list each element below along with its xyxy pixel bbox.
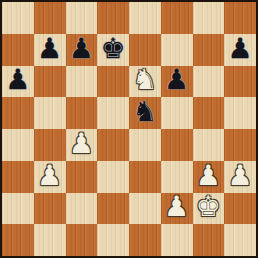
- square-c5[interactable]: [66, 97, 98, 129]
- square-a5[interactable]: [2, 97, 34, 129]
- square-a2[interactable]: [2, 193, 34, 225]
- piece-black-pawn-c7[interactable]: ♟: [69, 35, 94, 63]
- square-c8[interactable]: [66, 2, 98, 34]
- square-e3[interactable]: [129, 161, 161, 193]
- square-c6[interactable]: [66, 66, 98, 98]
- square-f5[interactable]: [161, 97, 193, 129]
- square-a8[interactable]: [2, 2, 34, 34]
- square-f1[interactable]: [161, 224, 193, 256]
- square-a3[interactable]: [2, 161, 34, 193]
- piece-white-king-g2[interactable]: ♚: [196, 193, 221, 221]
- square-d8[interactable]: [97, 2, 129, 34]
- piece-black-pawn-b7[interactable]: ♟: [37, 35, 62, 63]
- square-a7[interactable]: [2, 34, 34, 66]
- square-b6[interactable]: [34, 66, 66, 98]
- square-h5[interactable]: [224, 97, 256, 129]
- square-f7[interactable]: [161, 34, 193, 66]
- piece-white-pawn-g3[interactable]: ♟: [196, 162, 221, 190]
- square-b3[interactable]: ♟: [34, 161, 66, 193]
- piece-white-pawn-h3[interactable]: ♟: [228, 162, 253, 190]
- square-a1[interactable]: [2, 224, 34, 256]
- square-c4[interactable]: ♟: [66, 129, 98, 161]
- square-c3[interactable]: [66, 161, 98, 193]
- square-g5[interactable]: [193, 97, 225, 129]
- square-b8[interactable]: [34, 2, 66, 34]
- square-h7[interactable]: ♟: [224, 34, 256, 66]
- square-d4[interactable]: [97, 129, 129, 161]
- square-b1[interactable]: [34, 224, 66, 256]
- square-e8[interactable]: [129, 2, 161, 34]
- square-e1[interactable]: [129, 224, 161, 256]
- piece-white-pawn-f2[interactable]: ♟: [164, 193, 189, 221]
- square-a4[interactable]: [2, 129, 34, 161]
- square-b5[interactable]: [34, 97, 66, 129]
- square-h4[interactable]: [224, 129, 256, 161]
- square-f2[interactable]: ♟: [161, 193, 193, 225]
- square-e6[interactable]: ♞: [129, 66, 161, 98]
- square-h3[interactable]: ♟: [224, 161, 256, 193]
- piece-black-king-d7[interactable]: ♚: [101, 35, 126, 63]
- square-h1[interactable]: [224, 224, 256, 256]
- square-f6[interactable]: ♟: [161, 66, 193, 98]
- square-f8[interactable]: [161, 2, 193, 34]
- square-b4[interactable]: [34, 129, 66, 161]
- square-d5[interactable]: [97, 97, 129, 129]
- square-h6[interactable]: [224, 66, 256, 98]
- square-d2[interactable]: [97, 193, 129, 225]
- square-e4[interactable]: [129, 129, 161, 161]
- square-c2[interactable]: [66, 193, 98, 225]
- square-g1[interactable]: [193, 224, 225, 256]
- square-c1[interactable]: [66, 224, 98, 256]
- square-b2[interactable]: [34, 193, 66, 225]
- square-g2[interactable]: ♚: [193, 193, 225, 225]
- square-f3[interactable]: [161, 161, 193, 193]
- square-g8[interactable]: [193, 2, 225, 34]
- square-b7[interactable]: ♟: [34, 34, 66, 66]
- piece-white-knight-e6[interactable]: ♞: [132, 66, 157, 94]
- square-e5[interactable]: ♞: [129, 97, 161, 129]
- square-g7[interactable]: [193, 34, 225, 66]
- piece-black-knight-e5[interactable]: ♞: [132, 98, 157, 126]
- square-c7[interactable]: ♟: [66, 34, 98, 66]
- square-g3[interactable]: ♟: [193, 161, 225, 193]
- square-a6[interactable]: ♟: [2, 66, 34, 98]
- square-e2[interactable]: [129, 193, 161, 225]
- piece-white-pawn-c4[interactable]: ♟: [69, 130, 94, 158]
- square-d7[interactable]: ♚: [97, 34, 129, 66]
- square-d1[interactable]: [97, 224, 129, 256]
- square-d6[interactable]: [97, 66, 129, 98]
- piece-black-pawn-h7[interactable]: ♟: [228, 35, 253, 63]
- square-h8[interactable]: [224, 2, 256, 34]
- piece-black-pawn-a6[interactable]: ♟: [5, 66, 30, 94]
- chess-board: ♟♟♚♟♟♞♟♞♟♟♟♟♟♚: [2, 2, 256, 256]
- square-g4[interactable]: [193, 129, 225, 161]
- square-f4[interactable]: [161, 129, 193, 161]
- square-d3[interactable]: [97, 161, 129, 193]
- square-h2[interactable]: [224, 193, 256, 225]
- square-e7[interactable]: [129, 34, 161, 66]
- chess-board-frame: ♟♟♚♟♟♞♟♞♟♟♟♟♟♚: [0, 0, 258, 258]
- piece-black-pawn-f6[interactable]: ♟: [164, 66, 189, 94]
- square-g6[interactable]: [193, 66, 225, 98]
- piece-white-pawn-b3[interactable]: ♟: [37, 162, 62, 190]
